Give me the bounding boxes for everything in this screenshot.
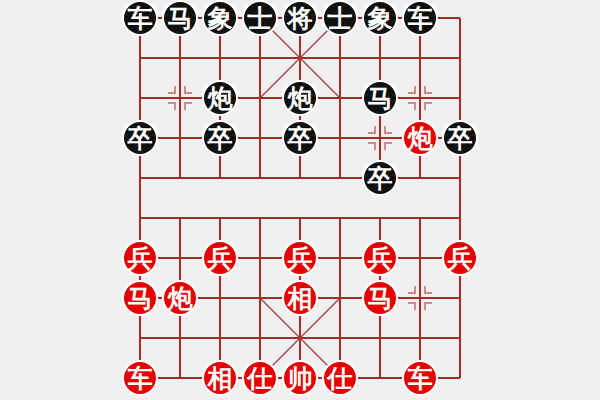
piece-black-soldier[interactable]: 卒 (202, 120, 238, 156)
piece-black-soldier[interactable]: 卒 (282, 120, 318, 156)
piece-red-advisor[interactable]: 仕 (242, 360, 278, 396)
piece-red-horse[interactable]: 马 (362, 280, 398, 316)
piece-black-rook[interactable]: 车 (122, 0, 158, 36)
piece-black-soldier[interactable]: 卒 (442, 120, 478, 156)
piece-black-rook[interactable]: 车 (402, 0, 438, 36)
piece-black-elephant[interactable]: 象 (362, 0, 398, 36)
piece-red-horse[interactable]: 马 (122, 280, 158, 316)
piece-red-elephant[interactable]: 相 (202, 360, 238, 396)
piece-black-advisor[interactable]: 士 (322, 0, 358, 36)
piece-red-soldier[interactable]: 兵 (122, 240, 158, 276)
piece-black-general[interactable]: 将 (282, 0, 318, 36)
xiangqi-board-screenshot: 车马象士将士象车炮炮马卒卒卒卒卒炮兵兵兵兵兵马炮相马车相仕帅仕车 (0, 0, 600, 400)
piece-black-horse[interactable]: 马 (162, 0, 198, 36)
piece-red-rook[interactable]: 车 (122, 360, 158, 396)
piece-red-cannon[interactable]: 炮 (162, 280, 198, 316)
piece-red-soldier[interactable]: 兵 (282, 240, 318, 276)
piece-black-soldier[interactable]: 卒 (122, 120, 158, 156)
piece-red-general[interactable]: 帅 (282, 360, 318, 396)
piece-red-soldier[interactable]: 兵 (442, 240, 478, 276)
piece-red-elephant[interactable]: 相 (282, 280, 318, 316)
piece-black-horse[interactable]: 马 (362, 80, 398, 116)
piece-black-advisor[interactable]: 士 (242, 0, 278, 36)
piece-red-advisor[interactable]: 仕 (322, 360, 358, 396)
piece-black-cannon[interactable]: 炮 (202, 80, 238, 116)
piece-black-elephant[interactable]: 象 (202, 0, 238, 36)
piece-red-cannon[interactable]: 炮 (402, 120, 438, 156)
piece-black-cannon[interactable]: 炮 (282, 80, 318, 116)
xiangqi-board[interactable]: 车马象士将士象车炮炮马卒卒卒卒卒炮兵兵兵兵兵马炮相马车相仕帅仕车 (120, 0, 480, 398)
piece-black-soldier[interactable]: 卒 (362, 160, 398, 196)
piece-red-soldier[interactable]: 兵 (202, 240, 238, 276)
piece-red-rook[interactable]: 车 (402, 360, 438, 396)
piece-red-soldier[interactable]: 兵 (362, 240, 398, 276)
